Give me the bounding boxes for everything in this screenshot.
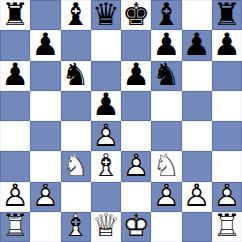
piece-solid-layer: ♝ <box>61 0 91 29</box>
black-pawn-g7[interactable]: ♟ <box>182 30 212 60</box>
square-g4[interactable] <box>182 121 212 151</box>
square-c3[interactable]: ♞♘ <box>61 151 91 181</box>
black-rook-a8[interactable]: ♜ <box>0 0 30 30</box>
piece-outline-layer: ♗ <box>91 150 121 180</box>
square-f1[interactable] <box>151 212 181 242</box>
piece-solid-layer: ♟ <box>30 29 60 59</box>
piece-solid-layer: ♟ <box>121 60 151 90</box>
white-bishop-d3[interactable]: ♝♗ <box>91 151 121 181</box>
black-pawn-b7[interactable]: ♟ <box>30 30 60 60</box>
square-c8[interactable]: ♝ <box>61 0 91 30</box>
square-b5[interactable] <box>30 91 60 121</box>
piece-outline-layer: ♙ <box>151 181 181 211</box>
white-rook-a1[interactable]: ♜♖ <box>0 212 30 242</box>
white-rook-h1[interactable]: ♜♖ <box>212 212 242 242</box>
white-queen-d1[interactable]: ♛♕ <box>91 212 121 242</box>
piece-outline-layer: ♙ <box>91 120 121 150</box>
square-c5[interactable] <box>61 91 91 121</box>
white-pawn-e3[interactable]: ♟♙ <box>121 151 151 181</box>
square-g1[interactable] <box>182 212 212 242</box>
black-queen-d8[interactable]: ♛ <box>91 0 121 30</box>
square-e6[interactable]: ♟ <box>121 61 151 91</box>
piece-outline-layer: ♙ <box>182 181 212 211</box>
piece-solid-layer: ♜ <box>0 0 30 29</box>
square-g5[interactable] <box>182 91 212 121</box>
black-pawn-e6[interactable]: ♟ <box>121 61 151 91</box>
piece-outline-layer: ♙ <box>0 181 30 211</box>
black-king-e8[interactable]: ♚ <box>121 0 151 30</box>
square-a4[interactable] <box>0 121 30 151</box>
white-pawn-g2[interactable]: ♟♙ <box>182 182 212 212</box>
piece-outline-layer: ♙ <box>30 181 60 211</box>
square-h6[interactable] <box>212 61 242 91</box>
piece-outline-layer: ♔ <box>121 211 151 241</box>
black-knight-f6[interactable]: ♞ <box>151 61 181 91</box>
square-d1[interactable]: ♛♕ <box>91 212 121 242</box>
piece-solid-layer: ♟ <box>91 90 121 120</box>
square-e3[interactable]: ♟♙ <box>121 151 151 181</box>
square-c6[interactable]: ♞ <box>61 61 91 91</box>
piece-solid-layer: ♚ <box>121 0 151 29</box>
white-pawn-f2[interactable]: ♟♙ <box>151 182 181 212</box>
square-e1[interactable]: ♚♔ <box>121 212 151 242</box>
square-f2[interactable]: ♟♙ <box>151 182 181 212</box>
square-a6[interactable]: ♟ <box>0 61 30 91</box>
square-b4[interactable] <box>30 121 60 151</box>
square-b1[interactable] <box>30 212 60 242</box>
piece-outline-layer: ♖ <box>212 211 242 241</box>
square-g6[interactable] <box>182 61 212 91</box>
piece-solid-layer: ♛ <box>91 0 121 29</box>
square-b6[interactable] <box>30 61 60 91</box>
piece-outline-layer: ♕ <box>91 211 121 241</box>
white-bishop-c1[interactable]: ♝♗ <box>61 212 91 242</box>
black-bishop-c8[interactable]: ♝ <box>61 0 91 30</box>
piece-outline-layer: ♗ <box>61 211 91 241</box>
square-h7[interactable]: ♟ <box>212 30 242 60</box>
black-pawn-a6[interactable]: ♟ <box>0 61 30 91</box>
square-b2[interactable]: ♟♙ <box>30 182 60 212</box>
black-knight-c6[interactable]: ♞ <box>61 61 91 91</box>
square-d3[interactable]: ♝♗ <box>91 151 121 181</box>
square-g7[interactable]: ♟ <box>182 30 212 60</box>
square-h1[interactable]: ♜♖ <box>212 212 242 242</box>
piece-solid-layer: ♟ <box>212 29 242 59</box>
piece-solid-layer: ♞ <box>61 60 91 90</box>
black-pawn-h7[interactable]: ♟ <box>212 30 242 60</box>
piece-solid-layer: ♟ <box>0 60 30 90</box>
piece-solid-layer: ♜ <box>212 0 242 29</box>
piece-solid-layer: ♞ <box>151 60 181 90</box>
square-a1[interactable]: ♜♖ <box>0 212 30 242</box>
piece-outline-layer: ♘ <box>61 150 91 180</box>
piece-solid-layer: ♟ <box>182 29 212 59</box>
white-knight-c3[interactable]: ♞♘ <box>61 151 91 181</box>
piece-outline-layer: ♙ <box>212 181 242 211</box>
piece-solid-layer: ♝ <box>151 0 181 29</box>
white-pawn-b2[interactable]: ♟♙ <box>30 182 60 212</box>
square-d8[interactable]: ♛ <box>91 0 121 30</box>
piece-outline-layer: ♖ <box>0 211 30 241</box>
piece-outline-layer: ♘ <box>151 150 181 180</box>
square-a8[interactable]: ♜ <box>0 0 30 30</box>
white-king-e1[interactable]: ♚♔ <box>121 212 151 242</box>
square-h5[interactable] <box>212 91 242 121</box>
square-e8[interactable]: ♚ <box>121 0 151 30</box>
square-f6[interactable]: ♞ <box>151 61 181 91</box>
piece-solid-layer: ♟ <box>151 29 181 59</box>
square-c1[interactable]: ♝♗ <box>61 212 91 242</box>
square-h4[interactable] <box>212 121 242 151</box>
square-a5[interactable] <box>0 91 30 121</box>
square-f5[interactable] <box>151 91 181 121</box>
square-d7[interactable] <box>91 30 121 60</box>
chess-board: ♜♝♛♚♝♜♟♟♟♟♟♞♟♞♟♟♙♞♘♝♗♟♙♞♘♟♙♟♙♟♙♟♙♟♙♜♖♝♗♛… <box>0 0 242 242</box>
square-e5[interactable] <box>121 91 151 121</box>
square-g2[interactable]: ♟♙ <box>182 182 212 212</box>
piece-outline-layer: ♙ <box>121 150 151 180</box>
square-b7[interactable]: ♟ <box>30 30 60 60</box>
